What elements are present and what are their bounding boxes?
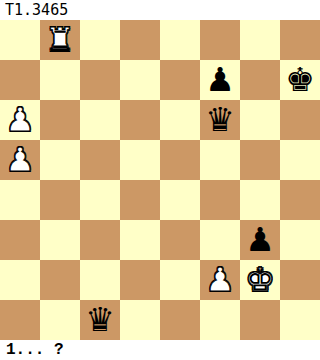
square-e7[interactable] <box>160 60 200 100</box>
square-c1[interactable]: ♛ <box>80 300 120 340</box>
square-d4[interactable] <box>120 180 160 220</box>
black-queen-f6: ♛ <box>205 100 235 140</box>
square-a1[interactable] <box>0 300 40 340</box>
square-h2[interactable] <box>280 260 320 300</box>
square-f7[interactable]: ♟ <box>200 60 240 100</box>
square-e8[interactable] <box>160 20 200 60</box>
square-f4[interactable] <box>200 180 240 220</box>
square-g7[interactable] <box>240 60 280 100</box>
square-f3[interactable] <box>200 220 240 260</box>
square-g6[interactable] <box>240 100 280 140</box>
diagram-title: T1.3465 <box>0 0 320 20</box>
square-b3[interactable] <box>40 220 80 260</box>
square-h7[interactable]: ♚ <box>280 60 320 100</box>
square-g3[interactable]: ♟ <box>240 220 280 260</box>
square-b8[interactable]: ♜ <box>40 20 80 60</box>
chess-diagram-app: T1.3465 ♜♟♚♟♛♟♟♟♚♛ 1... ? <box>0 0 320 360</box>
square-d1[interactable] <box>120 300 160 340</box>
black-king-h7: ♚ <box>285 60 315 100</box>
square-c3[interactable] <box>80 220 120 260</box>
black-pawn-g3: ♟ <box>245 220 275 260</box>
white-pawn-f2: ♟ <box>205 260 235 300</box>
square-e4[interactable] <box>160 180 200 220</box>
square-a3[interactable] <box>0 220 40 260</box>
square-a7[interactable] <box>0 60 40 100</box>
square-h3[interactable] <box>280 220 320 260</box>
square-g5[interactable] <box>240 140 280 180</box>
square-c4[interactable] <box>80 180 120 220</box>
square-b1[interactable] <box>40 300 80 340</box>
white-rook-b8: ♜ <box>45 20 75 60</box>
square-e2[interactable] <box>160 260 200 300</box>
square-h5[interactable] <box>280 140 320 180</box>
square-a5[interactable]: ♟ <box>0 140 40 180</box>
square-f2[interactable]: ♟ <box>200 260 240 300</box>
square-f1[interactable] <box>200 300 240 340</box>
square-g8[interactable] <box>240 20 280 60</box>
square-g2[interactable]: ♚ <box>240 260 280 300</box>
square-h1[interactable] <box>280 300 320 340</box>
square-e1[interactable] <box>160 300 200 340</box>
square-c2[interactable] <box>80 260 120 300</box>
square-g1[interactable] <box>240 300 280 340</box>
square-d5[interactable] <box>120 140 160 180</box>
white-pawn-a5: ♟ <box>5 140 35 180</box>
white-pawn-a6: ♟ <box>5 100 35 140</box>
chess-board: ♜♟♚♟♛♟♟♟♚♛ <box>0 20 320 340</box>
black-pawn-f7: ♟ <box>205 60 235 100</box>
black-queen-c1: ♛ <box>85 300 115 340</box>
square-d2[interactable] <box>120 260 160 300</box>
square-a8[interactable] <box>0 20 40 60</box>
square-e6[interactable] <box>160 100 200 140</box>
square-d8[interactable] <box>120 20 160 60</box>
square-b6[interactable] <box>40 100 80 140</box>
square-a4[interactable] <box>0 180 40 220</box>
square-f8[interactable] <box>200 20 240 60</box>
square-b7[interactable] <box>40 60 80 100</box>
square-d7[interactable] <box>120 60 160 100</box>
white-king-g2: ♚ <box>245 260 275 300</box>
square-c5[interactable] <box>80 140 120 180</box>
square-b4[interactable] <box>40 180 80 220</box>
square-h8[interactable] <box>280 20 320 60</box>
square-d3[interactable] <box>120 220 160 260</box>
square-f5[interactable] <box>200 140 240 180</box>
square-b5[interactable] <box>40 140 80 180</box>
square-c8[interactable] <box>80 20 120 60</box>
square-g4[interactable] <box>240 180 280 220</box>
square-e5[interactable] <box>160 140 200 180</box>
square-d6[interactable] <box>120 100 160 140</box>
square-a2[interactable] <box>0 260 40 300</box>
square-f6[interactable]: ♛ <box>200 100 240 140</box>
move-prompt: 1... ? <box>0 340 320 360</box>
square-h6[interactable] <box>280 100 320 140</box>
square-h4[interactable] <box>280 180 320 220</box>
square-c7[interactable] <box>80 60 120 100</box>
square-a6[interactable]: ♟ <box>0 100 40 140</box>
square-b2[interactable] <box>40 260 80 300</box>
square-e3[interactable] <box>160 220 200 260</box>
square-c6[interactable] <box>80 100 120 140</box>
